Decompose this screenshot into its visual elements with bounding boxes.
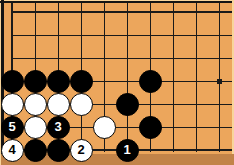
white-stone: [93, 116, 116, 139]
black-stone: [1, 70, 24, 93]
black-stone: [116, 93, 139, 116]
white-stone: [24, 93, 47, 116]
board-grid-hline: [11, 35, 232, 36]
move-number-label: 2: [77, 143, 84, 156]
go-board-diagram: 53421: [0, 0, 234, 165]
black-stone: [139, 116, 162, 139]
black-stone: [70, 70, 93, 93]
move-number-label: 5: [8, 120, 15, 133]
board-grid-hline: [11, 58, 232, 59]
move-number-label: 1: [123, 143, 130, 156]
white-stone: [24, 116, 47, 139]
white-stone: 4: [1, 139, 24, 162]
black-stone: 3: [47, 116, 70, 139]
white-stone: [47, 93, 70, 116]
black-stone: [24, 70, 47, 93]
white-stone: 2: [70, 139, 93, 162]
black-stone: 5: [1, 116, 24, 139]
board-grid-vline: [196, 3, 197, 152]
black-stone: 1: [116, 139, 139, 162]
white-stone: [1, 93, 24, 116]
hoshi-square-mark: [217, 79, 222, 84]
black-stone: [47, 139, 70, 162]
black-stone: [24, 139, 47, 162]
black-stone: [139, 70, 162, 93]
black-stone: [47, 70, 70, 93]
white-stone: [70, 93, 93, 116]
board-grid-vline: [127, 3, 128, 152]
move-number-label: 3: [54, 120, 61, 133]
frame-right-highlight: [232, 0, 234, 154]
board-grid-hline: [11, 11, 232, 13]
board-grid-vline: [219, 3, 220, 152]
move-number-label: 4: [8, 143, 15, 156]
board-grid-vline: [173, 3, 174, 152]
